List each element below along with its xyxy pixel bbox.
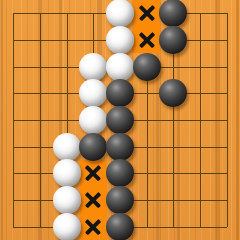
white-stone-D6 [79, 79, 107, 107]
intersection-J5[interactable] [213, 107, 240, 134]
black-stone-E4 [106, 133, 134, 161]
go-board[interactable] [0, 0, 240, 240]
white-stone-C2 [53, 186, 81, 214]
intersection-J4[interactable] [213, 133, 240, 160]
intersection-J6[interactable] [213, 80, 240, 107]
black-stone-E1 [106, 213, 134, 240]
intersection-E2[interactable] [107, 187, 134, 214]
black-stone-E5 [106, 106, 134, 134]
intersection-F1[interactable] [133, 213, 160, 240]
black-stone-E6 [106, 79, 134, 107]
intersection-G5[interactable] [160, 107, 187, 134]
intersection-A1[interactable] [0, 213, 27, 240]
intersection-G6[interactable] [160, 80, 187, 107]
intersection-C5[interactable] [53, 107, 80, 134]
intersection-G3[interactable] [160, 160, 187, 187]
intersection-C2[interactable] [53, 187, 80, 214]
white-stone-E7 [106, 53, 134, 81]
intersection-J8[interactable] [213, 27, 240, 54]
black-stone-F7 [133, 53, 161, 81]
intersection-G8[interactable] [160, 27, 187, 54]
white-stone-E9 [106, 0, 134, 27]
intersection-B2[interactable] [27, 187, 54, 214]
intersection-E1[interactable] [107, 213, 134, 240]
intersection-F7[interactable] [133, 53, 160, 80]
intersection-C3[interactable] [53, 160, 80, 187]
x-mark-D2 [80, 187, 107, 214]
intersection-A3[interactable] [0, 160, 27, 187]
intersection-H7[interactable] [187, 53, 214, 80]
intersection-C8[interactable] [53, 27, 80, 54]
intersection-F2[interactable] [133, 187, 160, 214]
intersection-F4[interactable] [133, 133, 160, 160]
intersection-C1[interactable] [53, 213, 80, 240]
intersection-F5[interactable] [133, 107, 160, 134]
intersection-D9[interactable] [80, 0, 107, 27]
intersection-J2[interactable] [213, 187, 240, 214]
intersection-E5[interactable] [107, 107, 134, 134]
intersection-F6[interactable] [133, 80, 160, 107]
intersection-D1[interactable] [80, 213, 107, 240]
intersection-A9[interactable] [0, 0, 27, 27]
white-stone-C4 [53, 133, 81, 161]
intersection-H9[interactable] [187, 0, 214, 27]
intersection-G9[interactable] [160, 0, 187, 27]
intersection-B9[interactable] [27, 0, 54, 27]
intersection-G2[interactable] [160, 187, 187, 214]
intersection-A8[interactable] [0, 27, 27, 54]
intersection-D6[interactable] [80, 80, 107, 107]
intersection-B7[interactable] [27, 53, 54, 80]
intersection-B8[interactable] [27, 27, 54, 54]
intersection-H2[interactable] [187, 187, 214, 214]
intersection-E8[interactable] [107, 27, 134, 54]
intersection-H8[interactable] [187, 27, 214, 54]
intersection-A7[interactable] [0, 53, 27, 80]
go-board-screenshot [0, 0, 240, 240]
intersection-D4[interactable] [80, 133, 107, 160]
intersection-G1[interactable] [160, 213, 187, 240]
intersection-C6[interactable] [53, 80, 80, 107]
black-stone-E3 [106, 159, 134, 187]
intersection-A5[interactable] [0, 107, 27, 134]
intersection-F9[interactable] [133, 0, 160, 27]
x-mark-F9 [133, 0, 160, 27]
white-stone-D5 [79, 106, 107, 134]
black-stone-G6 [159, 79, 187, 107]
intersection-E6[interactable] [107, 80, 134, 107]
intersection-B6[interactable] [27, 80, 54, 107]
intersection-J1[interactable] [213, 213, 240, 240]
intersection-C4[interactable] [53, 133, 80, 160]
intersection-B3[interactable] [27, 160, 54, 187]
intersection-B1[interactable] [27, 213, 54, 240]
intersection-H5[interactable] [187, 107, 214, 134]
x-mark-D3 [80, 160, 107, 187]
intersection-E9[interactable] [107, 0, 134, 27]
black-stone-E2 [106, 186, 134, 214]
black-stone-G9 [159, 0, 187, 27]
intersection-B5[interactable] [27, 107, 54, 134]
intersection-D2[interactable] [80, 187, 107, 214]
intersection-H1[interactable] [187, 213, 214, 240]
intersection-D5[interactable] [80, 107, 107, 134]
x-mark-F8 [133, 27, 160, 54]
intersection-H3[interactable] [187, 160, 214, 187]
white-stone-E8 [106, 26, 134, 54]
intersection-C9[interactable] [53, 0, 80, 27]
intersection-D7[interactable] [80, 53, 107, 80]
intersection-E7[interactable] [107, 53, 134, 80]
white-stone-C3 [53, 159, 81, 187]
intersection-D8[interactable] [80, 27, 107, 54]
intersection-C7[interactable] [53, 53, 80, 80]
intersection-F3[interactable] [133, 160, 160, 187]
intersection-F8[interactable] [133, 27, 160, 54]
intersection-G7[interactable] [160, 53, 187, 80]
intersection-J7[interactable] [213, 53, 240, 80]
intersection-D3[interactable] [80, 160, 107, 187]
intersection-H6[interactable] [187, 80, 214, 107]
intersection-J3[interactable] [213, 160, 240, 187]
intersection-J9[interactable] [213, 0, 240, 27]
intersection-A2[interactable] [0, 187, 27, 214]
black-stone-G8 [159, 26, 187, 54]
intersection-H4[interactable] [187, 133, 214, 160]
x-mark-D1 [80, 213, 107, 240]
intersection-E4[interactable] [107, 133, 134, 160]
intersection-grid [0, 0, 240, 240]
white-stone-C1 [53, 213, 81, 240]
intersection-A4[interactable] [0, 133, 27, 160]
white-stone-D7 [79, 53, 107, 81]
intersection-E3[interactable] [107, 160, 134, 187]
intersection-G4[interactable] [160, 133, 187, 160]
intersection-A6[interactable] [0, 80, 27, 107]
black-stone-D4 [79, 133, 107, 161]
intersection-B4[interactable] [27, 133, 54, 160]
